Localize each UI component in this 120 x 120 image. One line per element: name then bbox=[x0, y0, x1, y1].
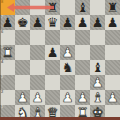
piece-black-queen: ♛ bbox=[47, 15, 59, 30]
square-e2[interactable]: ♟ bbox=[60, 90, 75, 105]
square-f6[interactable] bbox=[75, 30, 90, 45]
rank-label-5: 5 bbox=[1, 45, 3, 49]
piece-black-pawn: ♟ bbox=[77, 15, 89, 30]
square-a6[interactable]: 6 bbox=[0, 30, 15, 45]
piece-white-pawn: ♟ bbox=[32, 90, 44, 105]
piece-white-pawn: ♟ bbox=[107, 90, 119, 105]
square-f5[interactable] bbox=[75, 45, 90, 60]
square-g8[interactable] bbox=[90, 0, 105, 15]
rank-label-6: 6 bbox=[1, 30, 3, 34]
piece-white-pawn: ♟ bbox=[92, 75, 104, 90]
piece-black-bishop: ♝ bbox=[77, 0, 89, 15]
rank-label-8: 8 bbox=[1, 0, 3, 4]
square-d8[interactable]: ♜ bbox=[45, 0, 60, 15]
piece-white-pawn: ♟ bbox=[62, 45, 74, 60]
rank-label-1: 1 bbox=[1, 105, 3, 109]
square-h3[interactable] bbox=[105, 75, 120, 90]
rank-label-2: 2 bbox=[1, 90, 3, 94]
piece-black-king: ♚ bbox=[17, 15, 29, 30]
piece-black-pawn: ♟ bbox=[47, 45, 59, 60]
square-b6[interactable] bbox=[15, 30, 30, 45]
square-g6[interactable] bbox=[90, 30, 105, 45]
square-c5[interactable] bbox=[30, 45, 45, 60]
square-f8[interactable]: ♝ bbox=[75, 0, 90, 15]
square-h6[interactable] bbox=[105, 30, 120, 45]
square-e5[interactable]: ♟ bbox=[60, 45, 75, 60]
square-e6[interactable] bbox=[60, 30, 75, 45]
square-d7[interactable]: ♛ bbox=[45, 15, 60, 30]
square-d2[interactable] bbox=[45, 90, 60, 105]
square-h2[interactable]: ♟ bbox=[105, 90, 120, 105]
square-d3[interactable] bbox=[45, 75, 60, 90]
square-a2[interactable]: 2 bbox=[0, 90, 15, 105]
square-h7[interactable]: ♟ bbox=[105, 15, 120, 30]
piece-white-rook: ♜ bbox=[2, 45, 14, 60]
square-f7[interactable]: ♟ bbox=[75, 15, 90, 30]
square-f3[interactable] bbox=[75, 75, 90, 90]
chess-board: 8♜♝♜7♟♚♟♛♟♟♟♟65♜♟♟4♞♝3♟2♟♟♟♟♝♟1♞♝♛♜♚ bbox=[0, 0, 120, 120]
square-d4[interactable] bbox=[45, 60, 60, 75]
square-e4[interactable]: ♞ bbox=[60, 60, 75, 75]
square-h5[interactable] bbox=[105, 45, 120, 60]
piece-black-pawn: ♟ bbox=[107, 15, 119, 30]
square-b5[interactable] bbox=[15, 45, 30, 60]
square-b8[interactable] bbox=[15, 0, 30, 15]
square-b3[interactable] bbox=[15, 75, 30, 90]
window-bottom-bar bbox=[0, 117, 120, 120]
square-e3[interactable] bbox=[60, 75, 75, 90]
square-c8[interactable] bbox=[30, 0, 45, 15]
piece-black-rook: ♜ bbox=[107, 0, 119, 15]
square-b4[interactable] bbox=[15, 60, 30, 75]
square-c2[interactable]: ♟ bbox=[30, 90, 45, 105]
chess-app-window: 8♜♝♜7♟♚♟♛♟♟♟♟65♜♟♟4♞♝3♟2♟♟♟♟♝♟1♞♝♛♜♚ bbox=[0, 0, 120, 120]
square-f4[interactable] bbox=[75, 60, 90, 75]
rank-label-4: 4 bbox=[1, 60, 3, 64]
piece-black-pawn: ♟ bbox=[92, 15, 104, 30]
square-a8[interactable]: 8 bbox=[0, 0, 15, 15]
square-b7[interactable]: ♚ bbox=[15, 15, 30, 30]
square-a4[interactable]: 4 bbox=[0, 60, 15, 75]
rank-label-7: 7 bbox=[1, 15, 3, 19]
piece-black-rook: ♜ bbox=[47, 0, 59, 15]
square-e7[interactable]: ♟ bbox=[60, 15, 75, 30]
piece-black-bishop: ♝ bbox=[92, 60, 104, 75]
square-g4[interactable]: ♝ bbox=[90, 60, 105, 75]
square-c6[interactable] bbox=[30, 30, 45, 45]
piece-black-pawn: ♟ bbox=[62, 15, 74, 30]
piece-black-pawn: ♟ bbox=[2, 15, 14, 30]
square-a5[interactable]: 5♜ bbox=[0, 45, 15, 60]
piece-white-pawn: ♟ bbox=[62, 90, 74, 105]
square-g5[interactable] bbox=[90, 45, 105, 60]
square-a7[interactable]: 7♟ bbox=[0, 15, 15, 30]
piece-white-pawn: ♟ bbox=[17, 90, 29, 105]
square-g2[interactable]: ♝ bbox=[90, 90, 105, 105]
square-f2[interactable]: ♟ bbox=[75, 90, 90, 105]
square-h8[interactable]: ♜ bbox=[105, 0, 120, 15]
square-d6[interactable] bbox=[45, 30, 60, 45]
square-c3[interactable] bbox=[30, 75, 45, 90]
rank-label-3: 3 bbox=[1, 75, 3, 79]
square-c4[interactable] bbox=[30, 60, 45, 75]
square-h4[interactable] bbox=[105, 60, 120, 75]
square-a3[interactable]: 3 bbox=[0, 75, 15, 90]
square-e8[interactable] bbox=[60, 0, 75, 15]
piece-white-pawn: ♟ bbox=[77, 90, 89, 105]
square-b2[interactable]: ♟ bbox=[15, 90, 30, 105]
piece-black-pawn: ♟ bbox=[32, 15, 44, 30]
piece-black-knight: ♞ bbox=[62, 60, 74, 75]
square-d5[interactable]: ♟ bbox=[45, 45, 60, 60]
square-c7[interactable]: ♟ bbox=[30, 15, 45, 30]
square-g3[interactable]: ♟ bbox=[90, 75, 105, 90]
piece-white-bishop: ♝ bbox=[92, 90, 104, 105]
square-g7[interactable]: ♟ bbox=[90, 15, 105, 30]
